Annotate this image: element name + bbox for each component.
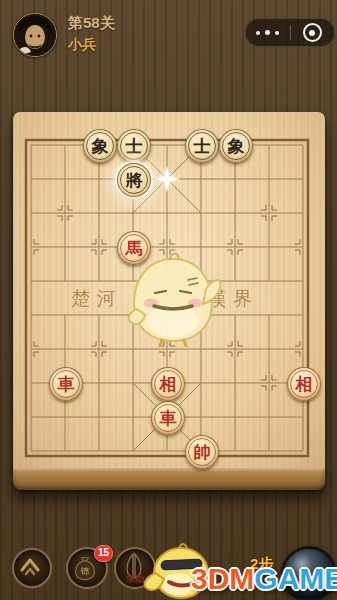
sparkle-effect [153,165,181,193]
chevron-up-icon [14,550,46,582]
xiangqi-board[interactable]: 楚河 漢界 象士士象將馬車相相車帥 [13,112,325,490]
watermark-3dm: 3DM [191,562,254,595]
hint-bag-button[interactable]: 锦 15 [66,547,108,589]
piece-black-2-0[interactable]: 象 [83,129,117,163]
game-screen: 第58关 小兵 楚河 漢界 象士士象將馬車相相車帥 [0,0,337,600]
watermark-game: GAME [254,562,337,595]
piece-black-6-0[interactable]: 象 [219,129,253,163]
avatar-portrait [14,14,56,56]
circle-dot-icon[interactable] [291,19,335,46]
player-avatar [13,13,57,57]
level-label: 第58关 [68,14,115,33]
piece-red-8-7[interactable]: 相 [287,367,321,401]
piece-red-4-7[interactable]: 相 [151,367,185,401]
collapse-button[interactable] [12,548,52,588]
wechat-capsule [245,18,335,47]
more-dots-icon[interactable] [246,19,290,46]
bag-character: 锦 [80,566,90,576]
piece-red-1-7[interactable]: 車 [49,367,83,401]
piece-black-3-1[interactable]: 將 [117,163,151,197]
player-rank-label: 小兵 [68,36,96,54]
piece-black-3-0[interactable]: 士 [117,129,151,163]
piece-red-3-3[interactable]: 馬 [117,231,151,265]
piece-red-5-9[interactable]: 帥 [185,435,219,469]
piece-red-4-8[interactable]: 車 [151,401,185,435]
hint-count-badge: 15 [94,545,113,562]
watermark: 3DMGAME [191,562,337,596]
piece-black-5-0[interactable]: 士 [185,129,219,163]
piece-layer: 象士士象將馬車相相車帥 [13,112,325,470]
board-wooden-edge [13,468,325,490]
